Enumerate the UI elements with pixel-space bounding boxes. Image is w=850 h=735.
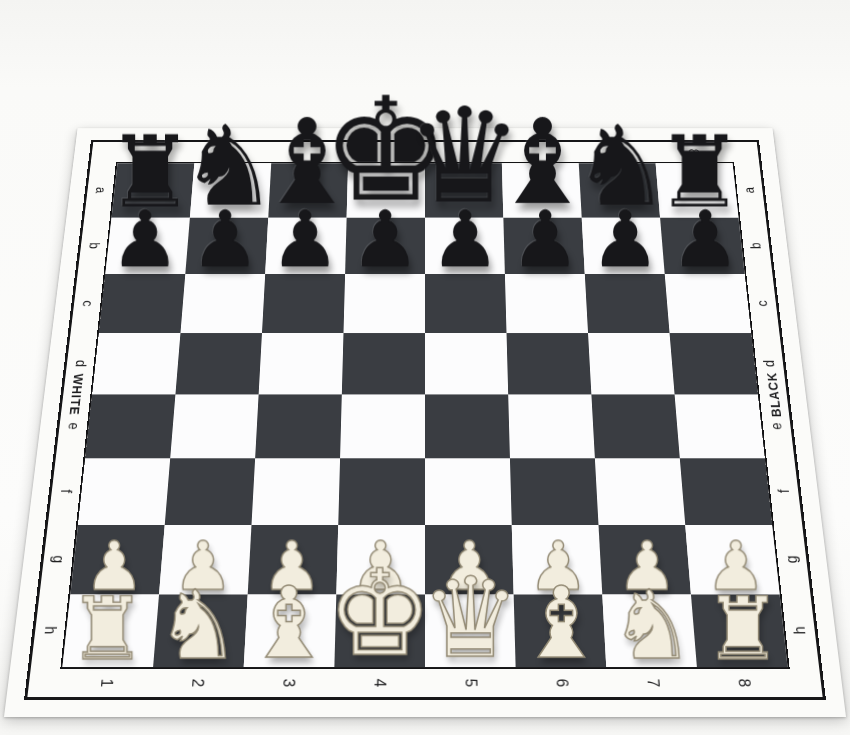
- square-d8[interactable]: [670, 333, 758, 394]
- square-f5[interactable]: [425, 458, 512, 525]
- square-e2[interactable]: [170, 394, 258, 458]
- square-h8[interactable]: ♜: [691, 594, 788, 667]
- square-c7[interactable]: [585, 274, 670, 333]
- white-rook[interactable]: ♜: [704, 586, 782, 673]
- square-e5[interactable]: [425, 394, 510, 458]
- square-h3[interactable]: ♝: [244, 594, 337, 667]
- white-knight[interactable]: ♞: [156, 578, 241, 673]
- square-c3[interactable]: [262, 274, 345, 333]
- square-f7[interactable]: [595, 458, 685, 525]
- square-d6[interactable]: [507, 333, 592, 394]
- white-king[interactable]: ♚: [327, 554, 433, 672]
- coordinate-band: 8 12345678 abcdefgh abcdefgh WHITE BLACK…: [27, 142, 822, 697]
- square-c2[interactable]: [180, 274, 265, 333]
- square-d2[interactable]: [175, 333, 262, 394]
- square-d7[interactable]: [588, 333, 675, 394]
- square-b8[interactable]: ♟: [660, 218, 745, 275]
- bottom-edge-numbers: 12345678: [59, 669, 791, 697]
- square-c4[interactable]: [343, 274, 425, 333]
- square-h5[interactable]: ♛: [425, 594, 516, 667]
- square-d3[interactable]: [259, 333, 344, 394]
- black-pawn[interactable]: ♟: [510, 200, 580, 278]
- square-f2[interactable]: [165, 458, 255, 525]
- square-d4[interactable]: [342, 333, 425, 394]
- black-pawn[interactable]: ♟: [270, 200, 340, 278]
- square-b6[interactable]: ♟: [503, 218, 584, 275]
- white-knight[interactable]: ♞: [610, 578, 695, 673]
- square-h7[interactable]: ♞: [602, 594, 697, 667]
- square-b1[interactable]: ♟: [105, 218, 190, 275]
- white-bishop[interactable]: ♝: [517, 574, 605, 673]
- playing-area-border: ♜♞♝♚♛♝♞♜♟♟♟♟♟♟♟♟♟♟♟♟♟♟♟♟♜♞♝♚♛♝♞♜: [60, 162, 789, 669]
- black-pawn[interactable]: ♟: [350, 200, 420, 278]
- square-h2[interactable]: ♞: [153, 594, 248, 667]
- square-f6[interactable]: [510, 458, 599, 525]
- board-grid: ♜♞♝♚♛♝♞♜♟♟♟♟♟♟♟♟♟♟♟♟♟♟♟♟♜♞♝♚♛♝♞♜: [62, 163, 787, 667]
- square-f1[interactable]: [78, 458, 170, 525]
- board-frame: 8 12345678 abcdefgh abcdefgh WHITE BLACK…: [24, 140, 826, 700]
- square-c1[interactable]: [99, 274, 185, 333]
- square-b4[interactable]: ♟: [345, 218, 425, 275]
- square-e8[interactable]: [675, 394, 765, 458]
- square-f8[interactable]: [680, 458, 772, 525]
- square-b2[interactable]: ♟: [185, 218, 268, 275]
- square-b7[interactable]: ♟: [582, 218, 665, 275]
- white-queen[interactable]: ♛: [421, 562, 520, 673]
- square-e6[interactable]: [508, 394, 595, 458]
- black-pawn[interactable]: ♟: [670, 200, 740, 278]
- black-pawn[interactable]: ♟: [430, 200, 500, 278]
- square-d1[interactable]: [92, 333, 180, 394]
- white-rook[interactable]: ♜: [68, 586, 146, 673]
- board-mat: 8 12345678 abcdefgh abcdefgh WHITE BLACK…: [4, 128, 846, 717]
- square-d5[interactable]: [425, 333, 508, 394]
- square-e1[interactable]: [85, 394, 175, 458]
- square-c5[interactable]: [425, 274, 507, 333]
- white-bishop[interactable]: ♝: [245, 574, 333, 673]
- square-f4[interactable]: [338, 458, 425, 525]
- square-b3[interactable]: ♟: [265, 218, 346, 275]
- black-pawn[interactable]: ♟: [110, 200, 180, 278]
- square-e3[interactable]: [255, 394, 342, 458]
- square-f3[interactable]: [251, 458, 340, 525]
- black-pawn[interactable]: ♟: [590, 200, 660, 278]
- black-pawn[interactable]: ♟: [190, 200, 260, 278]
- square-c8[interactable]: [665, 274, 751, 333]
- square-h6[interactable]: ♝: [514, 594, 607, 667]
- chess-board-scene: 8 12345678 abcdefgh abcdefgh WHITE BLACK…: [4, 128, 846, 717]
- square-e4[interactable]: [340, 394, 425, 458]
- square-h1[interactable]: ♜: [62, 594, 159, 667]
- square-b5[interactable]: ♟: [425, 218, 505, 275]
- square-h4[interactable]: ♚: [334, 594, 425, 667]
- square-e7[interactable]: [591, 394, 679, 458]
- square-c6[interactable]: [505, 274, 588, 333]
